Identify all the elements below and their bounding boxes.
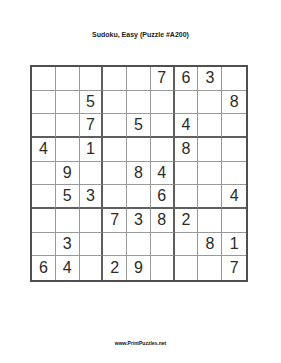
cell-r2c6[interactable] — [151, 91, 175, 115]
cell-r7c5[interactable]: 3 — [127, 209, 151, 233]
cell-r2c3[interactable]: 5 — [80, 91, 104, 115]
cell-r2c7[interactable] — [175, 91, 199, 115]
cell-r1c5[interactable] — [127, 67, 151, 91]
cell-r8c9[interactable]: 1 — [222, 233, 246, 257]
cell-r3c4[interactable] — [103, 114, 127, 138]
cell-r6c8[interactable] — [198, 185, 222, 209]
cell-r7c4[interactable]: 7 — [103, 209, 127, 233]
cell-r6c3[interactable]: 3 — [80, 185, 104, 209]
cell-r3c8[interactable] — [198, 114, 222, 138]
cell-r2c9[interactable]: 8 — [222, 91, 246, 115]
cell-r3c6[interactable] — [151, 114, 175, 138]
cell-r9c5[interactable]: 9 — [127, 256, 151, 280]
cell-r7c7[interactable]: 2 — [175, 209, 199, 233]
cell-r5c3[interactable] — [80, 162, 104, 186]
cell-r4c9[interactable] — [222, 138, 246, 162]
cell-r2c2[interactable] — [56, 91, 80, 115]
cell-r9c7[interactable] — [175, 256, 199, 280]
cell-r8c3[interactable] — [80, 233, 104, 257]
cell-r9c2[interactable]: 4 — [56, 256, 80, 280]
cell-r8c5[interactable] — [127, 233, 151, 257]
cell-r6c6[interactable]: 6 — [151, 185, 175, 209]
cell-r5c9[interactable] — [222, 162, 246, 186]
cell-r3c9[interactable] — [222, 114, 246, 138]
cell-r8c8[interactable]: 8 — [198, 233, 222, 257]
cell-r9c8[interactable] — [198, 256, 222, 280]
cell-r2c1[interactable] — [32, 91, 56, 115]
cell-r4c5[interactable] — [127, 138, 151, 162]
cell-r6c2[interactable]: 5 — [56, 185, 80, 209]
cell-r9c6[interactable] — [151, 256, 175, 280]
cell-r6c7[interactable] — [175, 185, 199, 209]
cell-r3c7[interactable]: 4 — [175, 114, 199, 138]
cell-r5c5[interactable]: 8 — [127, 162, 151, 186]
cell-r6c5[interactable] — [127, 185, 151, 209]
cell-r7c3[interactable] — [80, 209, 104, 233]
cell-r2c8[interactable] — [198, 91, 222, 115]
cell-r9c9[interactable]: 7 — [222, 256, 246, 280]
cell-r6c9[interactable]: 4 — [222, 185, 246, 209]
cell-r9c4[interactable]: 2 — [103, 256, 127, 280]
cell-r1c6[interactable]: 7 — [151, 67, 175, 91]
cell-r9c3[interactable] — [80, 256, 104, 280]
footer-url: www.PrintPuzzles.net — [0, 340, 281, 346]
cell-r3c5[interactable]: 5 — [127, 114, 151, 138]
cell-r3c2[interactable] — [56, 114, 80, 138]
cell-r5c7[interactable] — [175, 162, 199, 186]
cell-r2c4[interactable] — [103, 91, 127, 115]
cell-r1c2[interactable] — [56, 67, 80, 91]
cell-r1c9[interactable] — [222, 67, 246, 91]
cell-r4c4[interactable] — [103, 138, 127, 162]
cell-r7c6[interactable]: 8 — [151, 209, 175, 233]
cell-r3c3[interactable]: 7 — [80, 114, 104, 138]
puzzle-title: Sudoku, Easy (Puzzle #A200) — [0, 31, 281, 38]
cell-r4c8[interactable] — [198, 138, 222, 162]
cell-r4c1[interactable]: 4 — [32, 138, 56, 162]
cell-r8c6[interactable] — [151, 233, 175, 257]
cell-r3c1[interactable] — [32, 114, 56, 138]
cell-r8c1[interactable] — [32, 233, 56, 257]
cell-r7c1[interactable] — [32, 209, 56, 233]
cell-r4c7[interactable]: 8 — [175, 138, 199, 162]
cell-r4c3[interactable]: 1 — [80, 138, 104, 162]
cell-r1c1[interactable] — [32, 67, 56, 91]
cell-r6c1[interactable] — [32, 185, 56, 209]
cell-r4c6[interactable] — [151, 138, 175, 162]
cell-r9c1[interactable]: 6 — [32, 256, 56, 280]
cell-r7c9[interactable] — [222, 209, 246, 233]
sudoku-grid: 763587544189845364738238164297 — [30, 65, 248, 282]
cell-r8c4[interactable] — [103, 233, 127, 257]
cell-r5c4[interactable] — [103, 162, 127, 186]
cell-r1c4[interactable] — [103, 67, 127, 91]
cell-r7c2[interactable] — [56, 209, 80, 233]
cell-r5c6[interactable]: 4 — [151, 162, 175, 186]
cell-r5c2[interactable]: 9 — [56, 162, 80, 186]
cell-r1c3[interactable] — [80, 67, 104, 91]
cell-r1c7[interactable]: 6 — [175, 67, 199, 91]
cell-r4c2[interactable] — [56, 138, 80, 162]
cell-r8c7[interactable] — [175, 233, 199, 257]
cell-r5c8[interactable] — [198, 162, 222, 186]
cell-r7c8[interactable] — [198, 209, 222, 233]
cell-r8c2[interactable]: 3 — [56, 233, 80, 257]
cell-r1c8[interactable]: 3 — [198, 67, 222, 91]
cell-r5c1[interactable] — [32, 162, 56, 186]
cell-r6c4[interactable] — [103, 185, 127, 209]
cell-r2c5[interactable] — [127, 91, 151, 115]
